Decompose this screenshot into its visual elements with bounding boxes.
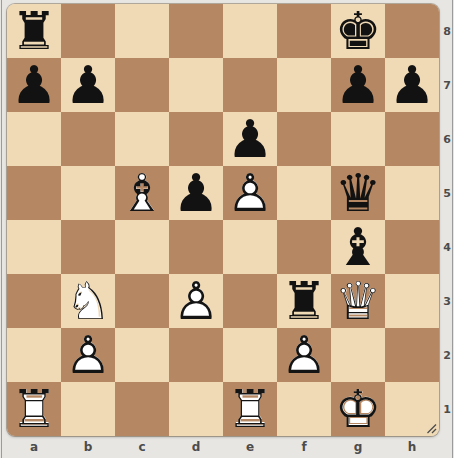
piece-white-king[interactable]: ♚♔ bbox=[331, 382, 385, 436]
square-c4[interactable] bbox=[115, 220, 169, 274]
piece-white-queen[interactable]: ♛♕ bbox=[331, 274, 385, 328]
piece-outline-glyph: ♔ bbox=[331, 382, 385, 436]
piece-white-knight[interactable]: ♞♘ bbox=[61, 274, 115, 328]
piece-glyph: ♟ bbox=[331, 58, 385, 112]
square-f2[interactable]: ♟♙ bbox=[277, 328, 331, 382]
piece-black-rook[interactable]: ♜ bbox=[277, 274, 331, 328]
square-h4[interactable] bbox=[385, 220, 439, 274]
square-h5[interactable] bbox=[385, 166, 439, 220]
square-e7[interactable] bbox=[223, 58, 277, 112]
square-d4[interactable] bbox=[169, 220, 223, 274]
piece-white-pawn[interactable]: ♟♙ bbox=[223, 166, 277, 220]
piece-black-pawn[interactable]: ♟ bbox=[7, 58, 61, 112]
square-e2[interactable] bbox=[223, 328, 277, 382]
piece-white-rook[interactable]: ♜♖ bbox=[7, 382, 61, 436]
file-label-d: d bbox=[169, 438, 223, 456]
square-e5[interactable]: ♟♙ bbox=[223, 166, 277, 220]
rank-label-8: 8 bbox=[440, 4, 454, 58]
rank-coordinates: 87654321 bbox=[440, 4, 454, 436]
file-label-c: c bbox=[115, 438, 169, 456]
square-c8[interactable] bbox=[115, 4, 169, 58]
square-f8[interactable] bbox=[277, 4, 331, 58]
square-d1[interactable] bbox=[169, 382, 223, 436]
square-f7[interactable] bbox=[277, 58, 331, 112]
piece-white-bishop[interactable]: ♝♗ bbox=[115, 166, 169, 220]
piece-black-pawn[interactable]: ♟ bbox=[61, 58, 115, 112]
piece-outline-glyph: ♙ bbox=[169, 274, 223, 328]
piece-glyph: ♜ bbox=[7, 4, 61, 58]
square-e1[interactable]: ♜♖ bbox=[223, 382, 277, 436]
square-c1[interactable] bbox=[115, 382, 169, 436]
piece-glyph: ♟ bbox=[61, 58, 115, 112]
piece-black-pawn[interactable]: ♟ bbox=[223, 112, 277, 166]
piece-black-pawn[interactable]: ♟ bbox=[331, 58, 385, 112]
square-f6[interactable] bbox=[277, 112, 331, 166]
piece-black-king[interactable]: ♚ bbox=[331, 4, 385, 58]
square-g6[interactable] bbox=[331, 112, 385, 166]
piece-black-bishop[interactable]: ♝ bbox=[331, 220, 385, 274]
square-e3[interactable] bbox=[223, 274, 277, 328]
square-g8[interactable]: ♚ bbox=[331, 4, 385, 58]
rank-label-3: 3 bbox=[440, 274, 454, 328]
square-e6[interactable]: ♟ bbox=[223, 112, 277, 166]
square-b2[interactable]: ♟♙ bbox=[61, 328, 115, 382]
square-f1[interactable] bbox=[277, 382, 331, 436]
piece-glyph: ♝ bbox=[331, 220, 385, 274]
square-a4[interactable] bbox=[7, 220, 61, 274]
piece-glyph: ♛ bbox=[331, 166, 385, 220]
square-e8[interactable] bbox=[223, 4, 277, 58]
square-a7[interactable]: ♟ bbox=[7, 58, 61, 112]
piece-outline-glyph: ♖ bbox=[7, 382, 61, 436]
square-d3[interactable]: ♟♙ bbox=[169, 274, 223, 328]
square-a6[interactable] bbox=[7, 112, 61, 166]
square-d2[interactable] bbox=[169, 328, 223, 382]
piece-outline-glyph: ♙ bbox=[277, 328, 331, 382]
square-b5[interactable] bbox=[61, 166, 115, 220]
piece-white-pawn[interactable]: ♟♙ bbox=[61, 328, 115, 382]
rank-label-5: 5 bbox=[440, 166, 454, 220]
piece-glyph: ♟ bbox=[385, 58, 439, 112]
resize-handle-icon[interactable] bbox=[424, 421, 437, 434]
square-d7[interactable] bbox=[169, 58, 223, 112]
square-a1[interactable]: ♜♖ bbox=[7, 382, 61, 436]
piece-glyph: ♜ bbox=[277, 274, 331, 328]
piece-outline-glyph: ♙ bbox=[61, 328, 115, 382]
piece-white-pawn[interactable]: ♟♙ bbox=[277, 328, 331, 382]
square-g1[interactable]: ♚♔ bbox=[331, 382, 385, 436]
piece-white-pawn[interactable]: ♟♙ bbox=[169, 274, 223, 328]
piece-glyph: ♟ bbox=[7, 58, 61, 112]
file-label-h: h bbox=[385, 438, 439, 456]
square-a3[interactable] bbox=[7, 274, 61, 328]
piece-black-pawn[interactable]: ♟ bbox=[385, 58, 439, 112]
square-c5[interactable]: ♝♗ bbox=[115, 166, 169, 220]
square-c3[interactable] bbox=[115, 274, 169, 328]
file-coordinates: abcdefgh bbox=[7, 438, 439, 456]
square-g4[interactable]: ♝ bbox=[331, 220, 385, 274]
square-e4[interactable] bbox=[223, 220, 277, 274]
piece-glyph: ♟ bbox=[169, 166, 223, 220]
file-label-b: b bbox=[61, 438, 115, 456]
square-g5[interactable]: ♛ bbox=[331, 166, 385, 220]
rank-label-2: 2 bbox=[440, 328, 454, 382]
square-h3[interactable] bbox=[385, 274, 439, 328]
file-label-a: a bbox=[7, 438, 61, 456]
file-label-g: g bbox=[331, 438, 385, 456]
square-f3[interactable]: ♜ bbox=[277, 274, 331, 328]
window-edge-left bbox=[1, 0, 2, 458]
square-b8[interactable] bbox=[61, 4, 115, 58]
rank-label-4: 4 bbox=[440, 220, 454, 274]
square-f4[interactable] bbox=[277, 220, 331, 274]
piece-white-rook[interactable]: ♜♖ bbox=[223, 382, 277, 436]
square-b7[interactable]: ♟ bbox=[61, 58, 115, 112]
piece-glyph: ♚ bbox=[331, 4, 385, 58]
square-d5[interactable]: ♟ bbox=[169, 166, 223, 220]
piece-outline-glyph: ♗ bbox=[115, 166, 169, 220]
rank-label-7: 7 bbox=[440, 58, 454, 112]
square-b4[interactable] bbox=[61, 220, 115, 274]
square-c6[interactable] bbox=[115, 112, 169, 166]
piece-outline-glyph: ♘ bbox=[61, 274, 115, 328]
rank-label-1: 1 bbox=[440, 382, 454, 436]
square-h8[interactable] bbox=[385, 4, 439, 58]
square-a8[interactable]: ♜ bbox=[7, 4, 61, 58]
chess-board: ♜♚♟♟♟♟♟♝♗♟♟♙♛♝♞♘♟♙♜♛♕♟♙♟♙♜♖♜♖♚♔ bbox=[7, 4, 439, 436]
square-h2[interactable] bbox=[385, 328, 439, 382]
square-h7[interactable]: ♟ bbox=[385, 58, 439, 112]
chess-app-window: { "game": "chess", "position": { "fen": … bbox=[0, 0, 454, 458]
square-b6[interactable] bbox=[61, 112, 115, 166]
square-g3[interactable]: ♛♕ bbox=[331, 274, 385, 328]
piece-outline-glyph: ♖ bbox=[223, 382, 277, 436]
piece-outline-glyph: ♕ bbox=[331, 274, 385, 328]
square-d6[interactable] bbox=[169, 112, 223, 166]
square-a5[interactable] bbox=[7, 166, 61, 220]
square-c2[interactable] bbox=[115, 328, 169, 382]
square-h6[interactable] bbox=[385, 112, 439, 166]
rank-label-6: 6 bbox=[440, 112, 454, 166]
piece-glyph: ♟ bbox=[223, 112, 277, 166]
square-b1[interactable] bbox=[61, 382, 115, 436]
square-d8[interactable] bbox=[169, 4, 223, 58]
square-a2[interactable] bbox=[7, 328, 61, 382]
square-g2[interactable] bbox=[331, 328, 385, 382]
file-label-f: f bbox=[277, 438, 331, 456]
piece-black-pawn[interactable]: ♟ bbox=[169, 166, 223, 220]
square-g7[interactable]: ♟ bbox=[331, 58, 385, 112]
square-f5[interactable] bbox=[277, 166, 331, 220]
square-b3[interactable]: ♞♘ bbox=[61, 274, 115, 328]
chess-board-container: ♜♚♟♟♟♟♟♝♗♟♟♙♛♝♞♘♟♙♜♛♕♟♙♟♙♜♖♜♖♚♔ bbox=[7, 4, 439, 436]
piece-outline-glyph: ♙ bbox=[223, 166, 277, 220]
file-label-e: e bbox=[223, 438, 277, 456]
piece-black-queen[interactable]: ♛ bbox=[331, 166, 385, 220]
piece-black-rook[interactable]: ♜ bbox=[7, 4, 61, 58]
square-c7[interactable] bbox=[115, 58, 169, 112]
